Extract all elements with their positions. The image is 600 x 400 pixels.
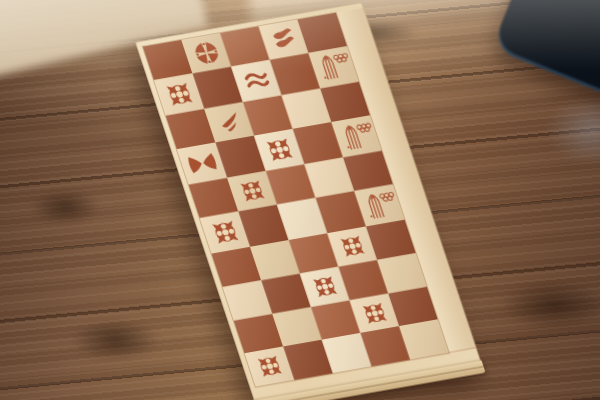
wood-knot <box>70 320 160 360</box>
wood-knot <box>30 190 100 224</box>
gear-icon <box>259 132 300 167</box>
flame-icon <box>209 106 250 139</box>
gear-icon <box>249 350 290 383</box>
photo-scene <box>0 0 600 400</box>
wood-knot <box>500 280 600 330</box>
gear-icon <box>332 230 373 263</box>
gear-icon <box>354 297 395 330</box>
gear-icon <box>204 215 245 250</box>
depth-blur-haze <box>0 0 600 70</box>
gear-icon <box>158 77 199 112</box>
gear-icon <box>304 270 345 303</box>
gear-icon <box>232 175 273 208</box>
axe-icon <box>181 146 222 181</box>
